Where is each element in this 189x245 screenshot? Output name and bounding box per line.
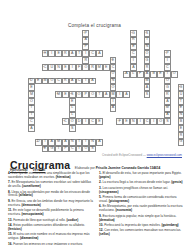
- grid-empty: [164, 37, 171, 44]
- grid-empty: [123, 44, 130, 51]
- grid-empty: [157, 125, 164, 132]
- grid-cell[interactable]: A: [123, 91, 130, 98]
- grid-cell[interactable]: O: [82, 146, 89, 153]
- grid-empty: [76, 98, 83, 105]
- grid-empty: [144, 98, 151, 105]
- grid-cell[interactable]: S: [164, 118, 171, 125]
- grid-cell[interactable]: P: [82, 91, 89, 98]
- cell-letter: E: [159, 72, 161, 76]
- grid-cell[interactable]: I: [42, 139, 49, 146]
- grid-cell[interactable]: O: [69, 118, 76, 125]
- grid-cell[interactable]: M: [28, 91, 35, 98]
- grid-empty: [116, 64, 123, 71]
- grid-empty: [35, 118, 42, 125]
- grid-cell[interactable]: R: [82, 57, 89, 64]
- cell-letter: T: [166, 72, 168, 76]
- grid-cell[interactable]: E: [123, 118, 130, 125]
- grid-empty: [171, 84, 178, 91]
- grid-cell[interactable]: 8A: [123, 71, 130, 78]
- grid-cell[interactable]: N: [178, 112, 185, 119]
- grid-cell[interactable]: C: [89, 50, 96, 57]
- grid-empty: [96, 78, 103, 85]
- grid-cell[interactable]: E: [35, 78, 42, 85]
- grid-cell[interactable]: G: [178, 139, 185, 146]
- grid-empty: [110, 44, 117, 51]
- grid-cell[interactable]: I: [116, 91, 123, 98]
- grid-cell[interactable]: 10G: [178, 84, 185, 91]
- grid-empty: [35, 84, 42, 91]
- grid-cell[interactable]: R: [62, 50, 69, 57]
- grid-empty: [123, 146, 130, 153]
- grid-cell[interactable]: A: [164, 112, 171, 119]
- grid-cell[interactable]: A: [96, 50, 103, 57]
- grid-empty: [150, 44, 157, 51]
- clue-number: 14: [118, 119, 120, 121]
- grid-empty: [171, 91, 178, 98]
- cell-letter: N: [112, 79, 115, 83]
- grid-empty: [48, 71, 55, 78]
- grid-empty: [178, 37, 185, 44]
- grid-empty: [116, 125, 123, 132]
- clue-item-text: En este lugar se desarrolló posiblemente…: [8, 208, 84, 216]
- grid-cell[interactable]: I: [82, 78, 89, 85]
- grid-cell[interactable]: 2G: [130, 30, 137, 37]
- grid-cell[interactable]: O: [110, 84, 117, 91]
- cell-letter: A: [98, 52, 100, 56]
- grid-cell[interactable]: C: [164, 64, 171, 71]
- grid-empty: [130, 125, 137, 132]
- clue-item-text: Formato de libro que sustituyó al rollo.: [13, 218, 66, 222]
- grid-empty: [89, 71, 96, 78]
- clue-item-answer: (demotica): [99, 218, 115, 222]
- grid-cell[interactable]: G: [48, 146, 55, 153]
- grid-cell[interactable]: E: [157, 71, 164, 78]
- grid-empty: [76, 84, 83, 91]
- grid-cell[interactable]: E: [178, 125, 185, 132]
- grid-empty: [55, 98, 62, 105]
- grid-empty: [35, 91, 42, 98]
- grid-cell[interactable]: E: [69, 98, 76, 105]
- cell-letter: A: [30, 127, 32, 131]
- cell-letter: E: [71, 100, 73, 104]
- grid-cell[interactable]: A: [89, 78, 96, 85]
- grid-cell[interactable]: A: [28, 125, 35, 132]
- clue-number: 1: [84, 31, 85, 33]
- grid-empty: [144, 139, 151, 146]
- grid-cell[interactable]: 5P: [164, 50, 171, 57]
- grid-cell[interactable]: L: [130, 71, 137, 78]
- grid-empty: [157, 84, 164, 91]
- grid-empty: [55, 112, 62, 119]
- cell-letter: O: [78, 93, 81, 97]
- grid-cell[interactable]: B: [178, 118, 185, 125]
- grid-empty: [76, 37, 83, 44]
- cell-letter: B: [153, 72, 155, 76]
- grid-cell[interactable]: C: [76, 78, 83, 85]
- grid-cell[interactable]: O: [171, 71, 178, 78]
- grid-cell[interactable]: C: [144, 118, 151, 125]
- grid-cell[interactable]: I: [130, 57, 137, 64]
- grid-cell[interactable]: S: [89, 146, 96, 153]
- cell-letter: M: [166, 106, 169, 110]
- grid-empty: [96, 30, 103, 37]
- cell-letter: R: [84, 59, 87, 63]
- grid-cell[interactable]: P: [82, 44, 89, 51]
- grid-cell[interactable]: 12S: [69, 91, 76, 98]
- cell-letter: E: [64, 93, 66, 97]
- grid-cell[interactable]: 14F: [116, 118, 123, 125]
- grid-empty: [55, 30, 62, 37]
- grid-cell[interactable]: O: [48, 78, 55, 85]
- grid-empty: [150, 146, 157, 153]
- grid-cell[interactable]: 11M: [55, 91, 62, 98]
- cell-letter: C: [44, 66, 47, 70]
- cell-letter: C: [91, 52, 94, 56]
- grid-cell[interactable]: I: [48, 50, 55, 57]
- grid-cell[interactable]: E: [103, 64, 110, 71]
- grid-empty: [116, 50, 123, 57]
- grid-cell[interactable]: O: [28, 98, 35, 105]
- grid-empty: [137, 146, 144, 153]
- cell-letter: I: [72, 66, 73, 70]
- grid-empty: [89, 44, 96, 51]
- grid-cell[interactable]: I: [82, 118, 89, 125]
- cell-letter: A: [125, 72, 127, 76]
- grid-empty: [144, 146, 151, 153]
- grid-empty: [130, 139, 137, 146]
- grid-cell[interactable]: T: [76, 139, 83, 146]
- grid-empty: [150, 78, 157, 85]
- grid-cell[interactable]: M: [164, 105, 171, 112]
- grid-cell[interactable]: A: [69, 50, 76, 57]
- cell-letter: I: [85, 120, 86, 124]
- grid-cell[interactable]: E: [62, 64, 69, 71]
- grid-cell[interactable]: U: [48, 64, 55, 71]
- grid-empty: [123, 57, 130, 64]
- grid-empty: [157, 98, 164, 105]
- grid-cell[interactable]: R: [130, 37, 137, 44]
- grid-empty: [35, 50, 42, 57]
- grid-cell[interactable]: T: [28, 105, 35, 112]
- cell-letter: T: [98, 93, 100, 97]
- grid-empty: [178, 30, 185, 37]
- cell-letter: I: [119, 93, 120, 97]
- grid-cell[interactable]: R: [178, 132, 185, 139]
- grid-cell[interactable]: O: [82, 64, 89, 71]
- cell-letter: C: [146, 120, 149, 124]
- grid-cell[interactable]: I: [55, 146, 62, 153]
- grid-empty: [150, 37, 157, 44]
- grid-cell[interactable]: A: [62, 139, 69, 146]
- grid-empty: [89, 30, 96, 37]
- grid-empty: [89, 57, 96, 64]
- cell-letter: A: [132, 66, 134, 70]
- clue-item: 4. Este tipo de escritura era una simpli…: [8, 172, 94, 180]
- grid-empty: [171, 57, 178, 64]
- grid-cell[interactable]: G: [164, 84, 171, 91]
- clue-item: 14. Estos pueblos comerciantes difundier…: [8, 224, 94, 232]
- grid-cell[interactable]: 4H: [42, 50, 49, 57]
- grid-empty: [48, 44, 55, 51]
- grid-empty: [178, 57, 185, 64]
- cell-letter: S: [166, 120, 168, 124]
- clue-item: 6. En Mesopotamia, por esta razón posibl…: [99, 205, 185, 213]
- grid-cell[interactable]: 1P: [82, 30, 89, 37]
- clue-item: 9. Escritura egipcia popular, más simple…: [99, 215, 185, 223]
- grid-cell[interactable]: 7C: [42, 64, 49, 71]
- grid-empty: [42, 118, 49, 125]
- grid-cell[interactable]: T: [164, 71, 171, 78]
- cell-letter: A: [166, 100, 168, 104]
- grid-empty: [28, 71, 35, 78]
- grid-cell[interactable]: O: [164, 78, 171, 85]
- grid-empty: [150, 105, 157, 112]
- clue-number: 2: [131, 31, 132, 33]
- clue-item: 2. La escritura llegó a los etruscos des…: [99, 181, 185, 185]
- clue-item-answer: (papiro): [99, 175, 111, 179]
- grid-cell[interactable]: C: [55, 78, 62, 85]
- clue-number: 4: [43, 51, 44, 53]
- clue-item: 7. En Mesopotamia los sumerios escribían…: [8, 181, 94, 189]
- cell-letter: T: [30, 106, 32, 110]
- grid-empty: [103, 84, 110, 91]
- grid-empty: [110, 139, 117, 146]
- grid-cell[interactable]: E: [62, 91, 69, 98]
- cell-letter: G: [146, 59, 149, 63]
- cell-letter: E: [57, 52, 59, 56]
- grid-empty: [28, 30, 35, 37]
- grid-empty: [178, 50, 185, 57]
- grid-cell[interactable]: C: [28, 118, 35, 125]
- grid-cell[interactable]: M: [110, 91, 117, 98]
- grid-cell[interactable]: M: [55, 139, 62, 146]
- cell-letter: O: [112, 72, 115, 76]
- clue-item: 9. En Grecia, uno de los ámbitos donde f…: [8, 200, 94, 208]
- cell-letter: P: [85, 93, 87, 97]
- grid-empty: [62, 112, 69, 119]
- grid-cell[interactable]: G: [144, 57, 151, 64]
- grid-cell[interactable]: M: [144, 78, 151, 85]
- grid-cell[interactable]: F: [76, 64, 83, 71]
- grid-cell[interactable]: D: [76, 118, 83, 125]
- cell-letter: C: [71, 147, 74, 151]
- grid-empty: [48, 84, 55, 91]
- grid-cell[interactable]: T: [76, 50, 83, 57]
- grid-cell[interactable]: 6E: [110, 57, 117, 64]
- grid-cell[interactable]: 15D: [35, 139, 42, 146]
- grid-cell[interactable]: C: [130, 50, 137, 57]
- grid-empty: [103, 132, 110, 139]
- cell-letter: U: [180, 93, 183, 97]
- grid-empty: [144, 112, 151, 119]
- grid-empty: [137, 125, 144, 132]
- grid-empty: [144, 132, 151, 139]
- cell-letter: T: [78, 140, 80, 144]
- grid-cell[interactable]: I: [28, 112, 35, 119]
- grid-cell[interactable]: U: [178, 91, 185, 98]
- grid-cell[interactable]: I: [110, 98, 117, 105]
- grid-empty: [82, 125, 89, 132]
- grid-cell[interactable]: A: [103, 91, 110, 98]
- grid-cell[interactable]: P: [62, 146, 69, 153]
- grid-cell[interactable]: R: [62, 78, 69, 85]
- grid-cell[interactable]: R: [144, 64, 151, 71]
- grid-empty: [116, 44, 123, 51]
- cell-letter: M: [43, 79, 46, 83]
- grid-cell[interactable]: O: [157, 118, 164, 125]
- grid-empty: [76, 71, 83, 78]
- clue-item-text: La escritura llegó a los etruscos desde …: [102, 180, 171, 184]
- grid-cell[interactable]: T: [96, 91, 103, 98]
- grid-cell[interactable]: E: [130, 44, 137, 51]
- grid-cell[interactable]: O: [89, 91, 96, 98]
- grid-cell[interactable]: N: [89, 139, 96, 146]
- grid-empty: [130, 78, 137, 85]
- grid-empty: [96, 105, 103, 112]
- clue-item-answer: (fenicios): [8, 227, 22, 231]
- clue-number: 3: [145, 31, 146, 33]
- grid-cell[interactable]: R: [89, 64, 96, 71]
- grid-cell[interactable]: I: [150, 118, 157, 125]
- grid-cell[interactable]: F: [137, 71, 144, 78]
- grid-cell[interactable]: 16E: [42, 146, 49, 153]
- cell-letter: S: [146, 32, 148, 36]
- grid-cell[interactable]: O: [76, 91, 83, 98]
- grid-cell[interactable]: C: [110, 64, 117, 71]
- grid-empty: [137, 78, 144, 85]
- grid-empty: [164, 146, 171, 153]
- grid-cell[interactable]: N: [110, 78, 117, 85]
- grid-cell[interactable]: O: [110, 71, 117, 78]
- grid-cell[interactable]: M: [96, 64, 103, 71]
- grid-cell[interactable]: I: [82, 139, 89, 146]
- grid-empty: [48, 98, 55, 105]
- grid-cell[interactable]: 3S: [144, 30, 151, 37]
- grid-empty: [55, 71, 62, 78]
- grid-empty: [76, 44, 83, 51]
- grid-cell[interactable]: A: [69, 78, 76, 85]
- cell-letter: O: [30, 100, 33, 104]
- clue-item: 13. Formato de libro que sustituyó al ro…: [8, 219, 94, 223]
- grid-cell[interactable]: O: [144, 50, 151, 57]
- grid-cell[interactable]: I: [144, 37, 151, 44]
- cell-letter: O: [50, 79, 53, 83]
- grid-empty: [137, 37, 144, 44]
- grid-empty: [62, 125, 69, 132]
- grid-cell[interactable]: A: [110, 105, 117, 112]
- grid-empty: [35, 98, 42, 105]
- grid-cell[interactable]: B: [150, 71, 157, 78]
- grid-cell[interactable]: T: [178, 98, 185, 105]
- crossword-worksheet-page: Completa el crucigrama 1P2G3SARIPEN4HIER…: [0, 0, 189, 245]
- grid-empty: [103, 30, 110, 37]
- grid-empty: [130, 91, 137, 98]
- grid-cell[interactable]: N: [69, 139, 76, 146]
- grid-empty: [137, 44, 144, 51]
- grid-empty: [35, 146, 42, 153]
- grid-cell[interactable]: I: [82, 50, 89, 57]
- cell-letter: S: [71, 127, 73, 131]
- grid-empty: [123, 132, 130, 139]
- grid-cell[interactable]: M: [42, 78, 49, 85]
- grid-cell[interactable]: C: [89, 118, 96, 125]
- grid-cell[interactable]: 9D: [28, 78, 35, 85]
- grid-empty: [76, 105, 83, 112]
- grid-cell[interactable]: E: [28, 84, 35, 91]
- grid-cell[interactable]: E: [178, 105, 185, 112]
- grid-cell[interactable]: I: [164, 57, 171, 64]
- grid-empty: [48, 118, 55, 125]
- grid-empty: [28, 146, 35, 153]
- grid-empty: [103, 105, 110, 112]
- grid-cell[interactable]: A: [164, 98, 171, 105]
- cell-letter: I: [112, 100, 113, 104]
- grid-cell[interactable]: E: [55, 50, 62, 57]
- grid-cell[interactable]: I: [76, 146, 83, 153]
- grid-cell[interactable]: S: [69, 125, 76, 132]
- cell-letter: O: [71, 120, 74, 124]
- grid-empty: [171, 44, 178, 51]
- grid-cell[interactable]: I: [137, 118, 144, 125]
- grid-empty: [150, 132, 157, 139]
- grid-cell[interactable]: N: [144, 44, 151, 51]
- grid-empty: [116, 78, 123, 85]
- grid-empty: [89, 37, 96, 44]
- grid-cell[interactable]: C: [69, 146, 76, 153]
- grid-empty: [96, 112, 103, 119]
- grid-cell[interactable]: S: [144, 91, 151, 98]
- grid-empty: [69, 132, 76, 139]
- grid-cell[interactable]: N: [55, 64, 62, 71]
- grid-empty: [137, 50, 144, 57]
- grid-empty: [110, 146, 117, 153]
- grid-empty: [130, 105, 137, 112]
- grid-cell[interactable]: R: [164, 91, 171, 98]
- grid-empty: [171, 37, 178, 44]
- grid-empty: [35, 37, 42, 44]
- grid-cell[interactable]: E: [96, 118, 103, 125]
- cell-letter: R: [132, 38, 135, 42]
- grid-cell[interactable]: L: [69, 105, 76, 112]
- grid-cell[interactable]: A: [130, 64, 137, 71]
- cell-letter: E: [105, 66, 107, 70]
- cell-letter: R: [180, 134, 183, 138]
- cell-letter: F: [139, 72, 141, 76]
- grid-cell[interactable]: A: [96, 139, 103, 146]
- grid-cell[interactable]: A: [144, 71, 151, 78]
- cell-letter: A: [51, 140, 53, 144]
- cell-letter: O: [166, 79, 169, 83]
- grid-cell[interactable]: N: [130, 118, 137, 125]
- grid-cell[interactable]: A: [144, 84, 151, 91]
- clue-item-answer: (codice): [66, 218, 78, 222]
- grid-cell[interactable]: I: [69, 64, 76, 71]
- grid-empty: [123, 64, 130, 71]
- vertical-clues-column: 1. El desarrollo de esta, fue un paso im…: [99, 172, 185, 239]
- grid-cell[interactable]: L: [69, 112, 76, 119]
- grid-empty: [48, 57, 55, 64]
- grid-empty: [103, 146, 110, 153]
- grid-cell[interactable]: 13C: [62, 118, 69, 125]
- grid-cell[interactable]: A: [48, 139, 55, 146]
- grid-empty: [116, 57, 123, 64]
- grid-empty: [62, 105, 69, 112]
- grid-cell[interactable]: A: [82, 37, 89, 44]
- clue-item: 1. El desarrollo de esta, fue un paso im…: [99, 172, 185, 180]
- cell-letter: G: [50, 147, 53, 151]
- grid-empty: [28, 57, 35, 64]
- grid-empty: [130, 84, 137, 91]
